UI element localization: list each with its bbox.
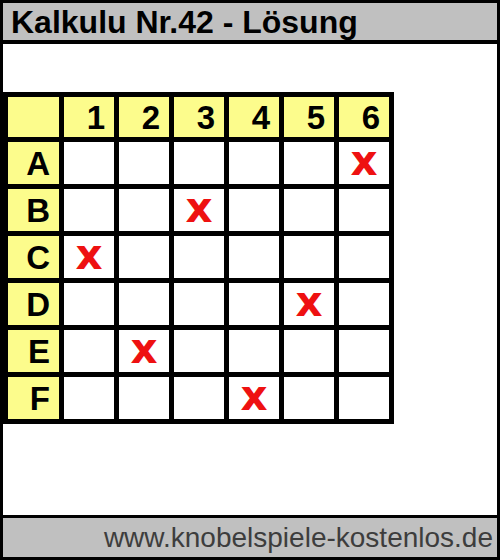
row-header-F: F <box>8 377 59 419</box>
cell-F5 <box>284 377 334 419</box>
solution-mark: x <box>350 142 377 182</box>
col-header-5: 5 <box>284 97 334 137</box>
col-header-1: 1 <box>64 97 114 137</box>
row-header-E: E <box>8 330 59 372</box>
cell-C3 <box>174 236 224 278</box>
cell-B5 <box>284 189 334 231</box>
cell-A2 <box>119 142 169 184</box>
cell-E3 <box>174 330 224 372</box>
col-header-2: 2 <box>119 97 169 137</box>
col-header-3: 3 <box>174 97 224 137</box>
cell-A3 <box>174 142 224 184</box>
cell-D1 <box>64 283 114 325</box>
cell-C1: x <box>64 236 114 278</box>
cell-F2 <box>119 377 169 419</box>
content-area: 123456AxBxCxDxExFx <box>3 44 497 515</box>
cell-F1 <box>64 377 114 419</box>
page-title: Kalkulu Nr.42 - Lösung <box>11 6 358 38</box>
solution-mark: x <box>130 330 157 370</box>
cell-D4 <box>229 283 279 325</box>
cell-F3 <box>174 377 224 419</box>
cell-A1 <box>64 142 114 184</box>
solution-mark: x <box>185 189 212 229</box>
cell-A6: x <box>339 142 389 184</box>
cell-D6 <box>339 283 389 325</box>
solution-mark: x <box>75 236 102 276</box>
cell-B6 <box>339 189 389 231</box>
cell-E4 <box>229 330 279 372</box>
cell-A5 <box>284 142 334 184</box>
row-header-C: C <box>8 236 59 278</box>
cell-C6 <box>339 236 389 278</box>
cell-B4 <box>229 189 279 231</box>
cell-A4 <box>229 142 279 184</box>
solution-mark: x <box>295 283 322 323</box>
cell-D2 <box>119 283 169 325</box>
puzzle-grid: 123456AxBxCxDxExFx <box>3 92 394 424</box>
title-bar: Kalkulu Nr.42 - Lösung <box>3 3 497 44</box>
cell-E6 <box>339 330 389 372</box>
corner-cell <box>8 97 59 137</box>
cell-B1 <box>64 189 114 231</box>
row-header-A: A <box>8 142 59 184</box>
row-header-B: B <box>8 189 59 231</box>
page: Kalkulu Nr.42 - Lösung 123456AxBxCxDxExF… <box>0 0 500 560</box>
cell-B2 <box>119 189 169 231</box>
website-url: www.knobelspiele-kostenlos.de <box>104 524 493 552</box>
col-header-6: 6 <box>339 97 389 137</box>
cell-C4 <box>229 236 279 278</box>
cell-E5 <box>284 330 334 372</box>
cell-E1 <box>64 330 114 372</box>
cell-F4: x <box>229 377 279 419</box>
solution-mark: x <box>240 377 267 417</box>
row-header-D: D <box>8 283 59 325</box>
cell-C2 <box>119 236 169 278</box>
footer-bar: www.knobelspiele-kostenlos.de <box>3 515 497 557</box>
cell-D3 <box>174 283 224 325</box>
cell-E2: x <box>119 330 169 372</box>
cell-F6 <box>339 377 389 419</box>
cell-B3: x <box>174 189 224 231</box>
cell-C5 <box>284 236 334 278</box>
cell-D5: x <box>284 283 334 325</box>
col-header-4: 4 <box>229 97 279 137</box>
